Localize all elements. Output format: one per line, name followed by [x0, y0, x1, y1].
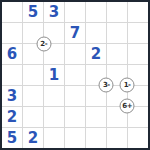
cell-r2c6[interactable] [107, 23, 127, 43]
cell-r3c4[interactable] [65, 44, 85, 64]
cell-r4c3: 1 [44, 65, 64, 85]
mathrax-clue-circle-1-: 1- [120, 78, 135, 93]
cell-r5c2[interactable] [23, 86, 43, 106]
cell-r6c5[interactable] [86, 107, 106, 127]
cell-r1c7[interactable] [128, 2, 148, 22]
cell-r1c6[interactable] [107, 2, 127, 22]
mathrax-clue-circle-6+: 6+ [120, 99, 135, 114]
cell-r6c4[interactable] [65, 107, 85, 127]
cell-r6c2[interactable] [23, 107, 43, 127]
cell-r4c4[interactable] [65, 65, 85, 85]
cell-r2c5[interactable] [86, 23, 106, 43]
cell-r7c3[interactable] [44, 128, 64, 148]
cell-r5c3[interactable] [44, 86, 64, 106]
cell-r5c1: 3 [2, 86, 22, 106]
cell-r7c2: 2 [23, 128, 43, 148]
clue-label: 6+ [122, 103, 132, 110]
cell-r1c1[interactable] [2, 2, 22, 22]
cell-r2c4: 7 [65, 23, 85, 43]
cell-r1c3: 3 [44, 2, 64, 22]
cell-r6c1: 2 [2, 107, 22, 127]
puzzle-grid: 5376213252 [2, 2, 148, 148]
cell-r1c4[interactable] [65, 2, 85, 22]
cell-r7c6[interactable] [107, 128, 127, 148]
cell-r1c5[interactable] [86, 2, 106, 22]
clue-label: 1- [124, 82, 131, 89]
mathrax-clue-circle-2-: 2- [36, 36, 51, 51]
mathrax-board: 5376213252 2-3-1-6+ [0, 0, 150, 150]
cell-r3c1: 6 [2, 44, 22, 64]
cell-r4c2[interactable] [23, 65, 43, 85]
cell-r2c7[interactable] [128, 23, 148, 43]
cell-r4c1[interactable] [2, 65, 22, 85]
cell-r7c4[interactable] [65, 128, 85, 148]
cell-r1c2: 5 [23, 2, 43, 22]
clue-label: 3- [103, 82, 110, 89]
cell-r7c7[interactable] [128, 128, 148, 148]
cell-r7c5[interactable] [86, 128, 106, 148]
cell-r2c1[interactable] [2, 23, 22, 43]
cell-r3c7[interactable] [128, 44, 148, 64]
clue-label: 2- [40, 40, 47, 47]
cell-r6c3[interactable] [44, 107, 64, 127]
cell-r7c1: 5 [2, 128, 22, 148]
cell-r3c5: 2 [86, 44, 106, 64]
mathrax-clue-circle-3-: 3- [99, 78, 114, 93]
cell-r3c6[interactable] [107, 44, 127, 64]
cell-r5c4[interactable] [65, 86, 85, 106]
